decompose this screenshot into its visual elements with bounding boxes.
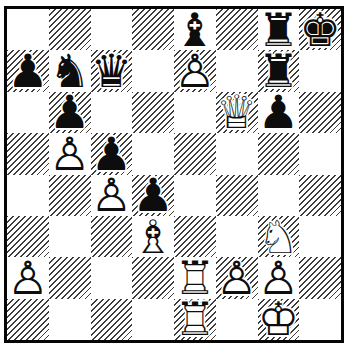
square-h5[interactable]: [299, 133, 341, 174]
square-d7[interactable]: [132, 50, 174, 91]
piece-glyph-outline: ♖: [174, 299, 216, 340]
square-a7[interactable]: ♟: [7, 50, 49, 91]
square-c3[interactable]: [91, 216, 133, 257]
piece-glyph-outline: ♙: [174, 50, 216, 91]
white-pawn-piece: ♟♙: [7, 257, 49, 298]
square-d6[interactable]: [132, 92, 174, 133]
piece-glyph: ♛: [91, 50, 133, 91]
square-g1[interactable]: ♚♔: [258, 299, 300, 340]
square-g5[interactable]: [258, 133, 300, 174]
piece-glyph-outline: ♙: [91, 175, 133, 216]
square-h8[interactable]: ♚: [299, 9, 341, 50]
white-pawn-piece: ♟♙: [49, 133, 91, 174]
square-c4[interactable]: ♟♙: [91, 175, 133, 216]
square-f8[interactable]: [216, 9, 258, 50]
square-h3[interactable]: [299, 216, 341, 257]
square-c2[interactable]: [91, 257, 133, 298]
square-b1[interactable]: [49, 299, 91, 340]
white-pawn-piece: ♟♙: [216, 257, 258, 298]
square-e4[interactable]: [174, 175, 216, 216]
square-h4[interactable]: [299, 175, 341, 216]
black-king-piece: ♚: [299, 9, 341, 50]
square-h2[interactable]: [299, 257, 341, 298]
square-d3[interactable]: ♝♗: [132, 216, 174, 257]
piece-glyph: ♚: [299, 9, 341, 50]
piece-glyph-outline: ♙: [7, 257, 49, 298]
piece-glyph-outline: ♙: [49, 133, 91, 174]
square-f6[interactable]: ♛♕: [216, 92, 258, 133]
square-d1[interactable]: [132, 299, 174, 340]
square-d8[interactable]: [132, 9, 174, 50]
piece-glyph-outline: ♙: [216, 257, 258, 298]
piece-glyph-outline: ♗: [132, 216, 174, 257]
square-e1[interactable]: ♜♖: [174, 299, 216, 340]
square-a2[interactable]: ♟♙: [7, 257, 49, 298]
square-h1[interactable]: [299, 299, 341, 340]
white-bishop-piece: ♝♗: [132, 216, 174, 257]
piece-glyph-outline: ♕: [216, 92, 258, 133]
square-c7[interactable]: ♛: [91, 50, 133, 91]
square-e5[interactable]: [174, 133, 216, 174]
square-g6[interactable]: ♟: [258, 92, 300, 133]
piece-glyph: ♟: [7, 50, 49, 91]
piece-glyph-outline: ♔: [258, 299, 300, 340]
chess-board: ♝♜♚♟♞♛♟♙♜♟♛♕♟♟♙♟♟♙♟♝♗♞♘♟♙♜♖♟♙♟♙♜♖♚♔: [7, 9, 341, 340]
black-pawn-piece: ♟: [258, 92, 300, 133]
chess-board-frame: ♝♜♚♟♞♛♟♙♜♟♛♕♟♟♙♟♟♙♟♝♗♞♘♟♙♜♖♟♙♟♙♜♖♚♔: [4, 6, 344, 343]
square-b2[interactable]: [49, 257, 91, 298]
black-queen-piece: ♛: [91, 50, 133, 91]
square-c1[interactable]: [91, 299, 133, 340]
white-rook-piece: ♜♖: [174, 299, 216, 340]
square-f4[interactable]: [216, 175, 258, 216]
square-b5[interactable]: ♟♙: [49, 133, 91, 174]
chess-diagram-screenshot: ♝♜♚♟♞♛♟♙♜♟♛♕♟♟♙♟♟♙♟♝♗♞♘♟♙♜♖♟♙♟♙♜♖♚♔: [0, 0, 350, 350]
square-a4[interactable]: [7, 175, 49, 216]
white-king-piece: ♚♔: [258, 299, 300, 340]
white-pawn-piece: ♟♙: [91, 175, 133, 216]
white-pawn-piece: ♟♙: [174, 50, 216, 91]
square-a5[interactable]: [7, 133, 49, 174]
piece-glyph: ♟: [258, 92, 300, 133]
square-e7[interactable]: ♟♙: [174, 50, 216, 91]
square-f2[interactable]: ♟♙: [216, 257, 258, 298]
square-b3[interactable]: [49, 216, 91, 257]
white-queen-piece: ♛♕: [216, 92, 258, 133]
square-f5[interactable]: [216, 133, 258, 174]
black-pawn-piece: ♟: [7, 50, 49, 91]
square-h6[interactable]: [299, 92, 341, 133]
